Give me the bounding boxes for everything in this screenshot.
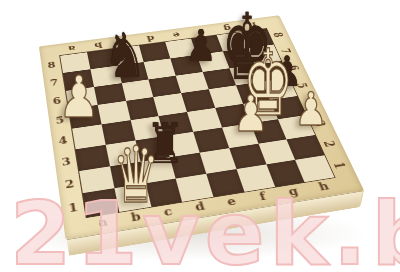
white-pawn-a6[interactable]: ♟ bbox=[58, 68, 100, 126]
rank-label-4: 4 bbox=[53, 129, 74, 152]
product-photo-stage: abcdefgh abcdefgh 87654321 87654321 ♞♟♚♟… bbox=[0, 0, 400, 272]
white-pawn-h3[interactable]: ♟ bbox=[295, 86, 328, 132]
black-knight-c8[interactable]: ♞ bbox=[103, 25, 147, 87]
rank-label-3: 3 bbox=[56, 150, 77, 175]
white-queen-b1[interactable]: ♛ bbox=[112, 136, 160, 214]
white-pawn-f3[interactable]: ♟ bbox=[233, 89, 269, 139]
rank-label-2: 2 bbox=[59, 171, 81, 197]
rank-label-1: 1 bbox=[62, 194, 85, 221]
black-pawn-e8[interactable]: ♟ bbox=[185, 24, 217, 68]
